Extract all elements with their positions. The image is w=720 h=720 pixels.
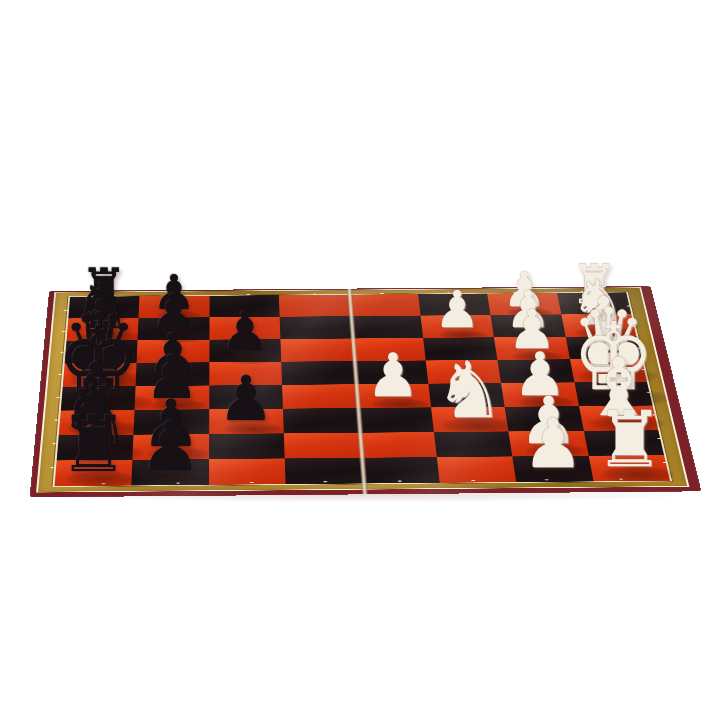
piece-white-pawn[interactable]: ♟ (434, 285, 480, 335)
black-pawn-glyph: ♟ (218, 370, 274, 431)
white-pawn-glyph: ♟ (366, 346, 420, 405)
piece-black-rook[interactable]: ♜ (59, 407, 128, 482)
piece-white-pawn[interactable]: ♟ (366, 346, 420, 405)
piece-white-rook[interactable]: ♜ (595, 402, 664, 477)
white-pawn-glyph: ♟ (523, 411, 584, 478)
white-rook-glyph: ♜ (595, 402, 664, 477)
white-pawn-glyph: ♟ (434, 285, 480, 335)
piece-white-pawn[interactable]: ♟ (523, 411, 584, 478)
black-pawn-glyph: ♟ (221, 306, 269, 359)
black-rook-glyph: ♜ (59, 407, 128, 482)
piece-black-pawn[interactable]: ♟ (140, 415, 201, 482)
black-pawn-glyph: ♟ (140, 415, 201, 482)
piece-black-pawn[interactable]: ♟ (221, 306, 269, 359)
pieces-layer: ♜♟♟♜♞♟♟♟♞♝♟♟♝♛♟♛♚♟♟♟♚♝♟♞♝♞♟♟♜♟♟♜ (0, 0, 720, 720)
product-photo-scene: ♜♟♟♜♞♟♟♟♞♝♟♟♝♛♟♛♚♟♟♟♚♝♟♞♝♞♟♟♜♟♟♜ (0, 0, 720, 720)
piece-black-pawn[interactable]: ♟ (218, 370, 274, 431)
white-knight-glyph: ♞ (435, 352, 505, 428)
piece-white-knight[interactable]: ♞ (435, 352, 505, 428)
